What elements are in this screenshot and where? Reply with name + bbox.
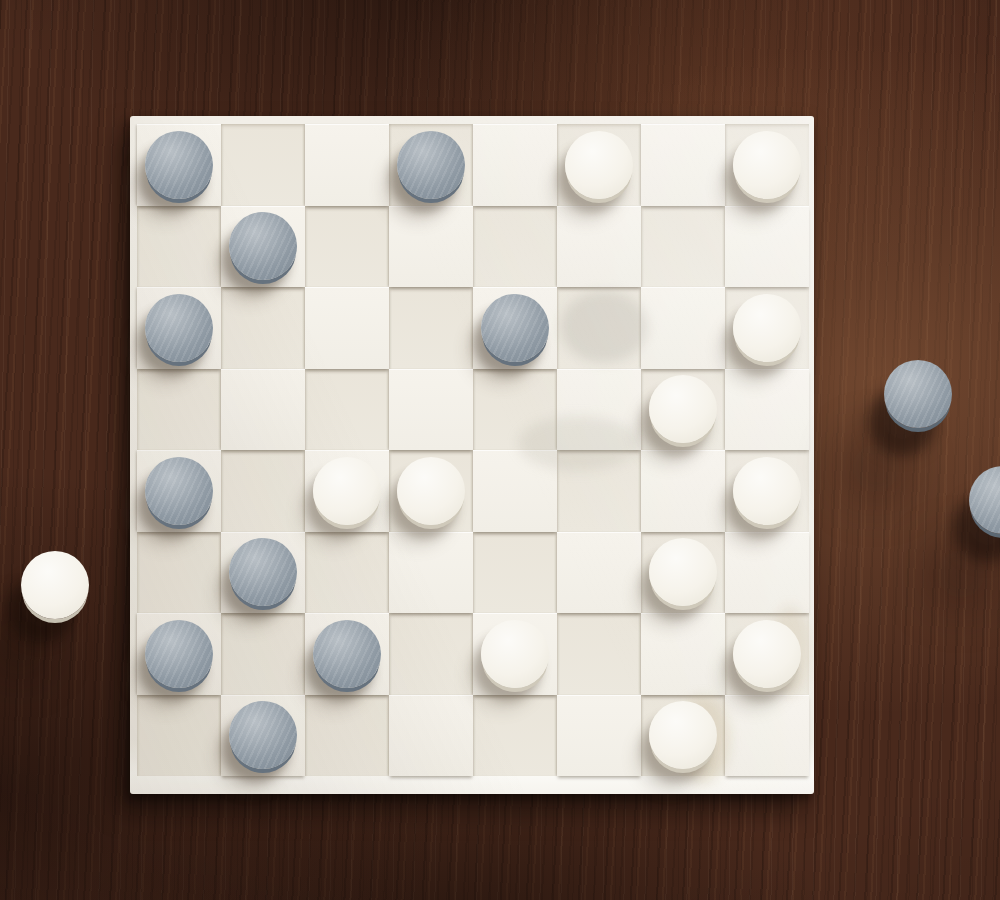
checker-gray-d8[interactable] [397, 131, 465, 199]
checker-white-h6[interactable] [733, 294, 801, 362]
checker-white-g3[interactable] [649, 538, 717, 606]
checker-white-h2[interactable] [733, 620, 801, 688]
checker-gray-offboard-2[interactable] [884, 360, 952, 428]
checker-white-h8[interactable] [733, 131, 801, 199]
table-surface [0, 0, 1000, 900]
pieces-layer [130, 116, 814, 794]
checker-gray-offboard-3[interactable] [969, 466, 1000, 534]
checker-white-d4[interactable] [397, 457, 465, 525]
checker-gray-a8[interactable] [145, 131, 213, 199]
checker-white-h4[interactable] [733, 457, 801, 525]
checker-gray-b1[interactable] [229, 701, 297, 769]
checker-gray-a4[interactable] [145, 457, 213, 525]
checker-gray-b7[interactable] [229, 212, 297, 280]
checker-gray-a2[interactable] [145, 620, 213, 688]
checker-white-f8[interactable] [565, 131, 633, 199]
checker-gray-e6[interactable] [481, 294, 549, 362]
checker-gray-b3[interactable] [229, 538, 297, 606]
checkers-board [130, 116, 814, 794]
checker-white-e2[interactable] [481, 620, 549, 688]
checker-white-g5[interactable] [649, 375, 717, 443]
checker-white-c4[interactable] [313, 457, 381, 525]
checker-white-g1[interactable] [649, 701, 717, 769]
checker-white-offboard-1[interactable] [21, 551, 89, 619]
checker-gray-a6[interactable] [145, 294, 213, 362]
checker-gray-c2[interactable] [313, 620, 381, 688]
